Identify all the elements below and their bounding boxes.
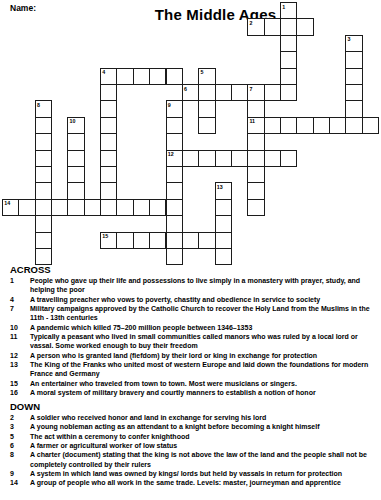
- grid-cell-r11c2[interactable]: [35, 182, 52, 199]
- grid-cell-r14c12[interactable]: [198, 232, 215, 249]
- grid-cell-r12c4[interactable]: [67, 199, 84, 216]
- clue-label: 7: [10, 304, 30, 323]
- clue-text: A soldier who received honor and land in…: [30, 413, 377, 422]
- grid-cell-r5c13[interactable]: [215, 84, 232, 101]
- clue-label: 16: [10, 388, 30, 397]
- grid-cell-r12c13[interactable]: [215, 199, 232, 216]
- clue-text: The act within a ceremony to confer knig…: [30, 432, 377, 441]
- grid-cell-r12c9[interactable]: [149, 199, 166, 216]
- grid-cell-r8c4[interactable]: [67, 133, 84, 150]
- grid-cell-r14c6[interactable]: 15: [100, 232, 117, 249]
- grid-cell-r4c21[interactable]: [345, 68, 362, 85]
- grid-cell-r7c16[interactable]: [264, 117, 281, 134]
- grid-cell-r8c2[interactable]: [35, 133, 52, 150]
- grid-cell-r12c5[interactable]: [84, 199, 101, 216]
- down-clue-6: 6A farmer or agricultural worker of low …: [10, 441, 377, 450]
- grid-cell-r6c6[interactable]: [100, 100, 117, 117]
- grid-cell-r9c10[interactable]: 12: [166, 150, 183, 167]
- clue-label: 8: [10, 450, 30, 469]
- clue-label: 12: [10, 351, 30, 360]
- grid-cell-r7c21[interactable]: [345, 117, 362, 134]
- across-clue-1: 1People who gave up their life and posse…: [10, 276, 377, 295]
- clue-number-10: 10: [70, 118, 76, 124]
- grid-cell-r12c8[interactable]: [133, 199, 150, 216]
- grid-cell-r14c10[interactable]: [166, 232, 183, 249]
- clue-text: A group of people who all work in the sa…: [30, 478, 377, 487]
- clue-number-7: 7: [249, 86, 252, 92]
- grid-cell-r7c17[interactable]: [280, 117, 297, 134]
- grid-cell-r5c12[interactable]: [198, 84, 215, 101]
- grid-cell-r4c12[interactable]: 5: [198, 68, 215, 85]
- grid-cell-r4c6[interactable]: 4: [100, 68, 117, 85]
- clue-text: Typically a peasant who lived in small c…: [30, 332, 377, 351]
- grid-cell-r12c10[interactable]: [166, 199, 183, 216]
- across-clue-10: 10A pandemic which killed 75–200 million…: [10, 323, 377, 332]
- down-header: DOWN: [10, 401, 377, 412]
- grid-cell-r12c1[interactable]: [18, 199, 35, 216]
- grid-cell-r1c16[interactable]: [264, 18, 281, 35]
- clue-label: 4: [10, 295, 30, 304]
- clue-text: A person who is granted land (fiefdom) b…: [30, 351, 377, 360]
- grid-cell-r9c16[interactable]: [264, 150, 281, 167]
- grid-cell-r14c7[interactable]: [116, 232, 133, 249]
- grid-cell-r10c2[interactable]: [35, 166, 52, 183]
- clue-label: 11: [10, 332, 30, 351]
- grid-cell-r9c17[interactable]: [280, 150, 297, 167]
- grid-cell-r3c21[interactable]: [345, 51, 362, 68]
- clue-text: The King of the Franks who united most o…: [30, 360, 377, 379]
- grid-cell-r14c8[interactable]: [133, 232, 150, 249]
- clue-label: 13: [10, 360, 30, 379]
- grid-cell-r13c13[interactable]: [215, 215, 232, 232]
- clue-label: 2: [10, 413, 30, 422]
- grid-cell-r9c13[interactable]: [215, 150, 232, 167]
- clue-number-11: 11: [249, 118, 255, 124]
- grid-cell-r6c15[interactable]: [247, 100, 264, 117]
- clue-text: An entertainer who traveled from town to…: [30, 379, 377, 388]
- grid-cell-r7c10[interactable]: [166, 117, 183, 134]
- grid-cell-r7c4[interactable]: 10: [67, 117, 84, 134]
- grid-cell-r11c6[interactable]: [100, 182, 117, 199]
- grid-cell-r8c15[interactable]: [247, 133, 264, 150]
- grid-cell-r9c12[interactable]: [198, 150, 215, 167]
- grid-cell-r9c2[interactable]: [35, 150, 52, 167]
- grid-cell-r9c15[interactable]: [247, 150, 264, 167]
- grid-cell-r4c7[interactable]: [116, 68, 133, 85]
- grid-cell-r8c6[interactable]: [100, 133, 117, 150]
- grid-cell-r7c12[interactable]: [198, 117, 215, 134]
- down-clue-9: 9A system in which land was owned by kin…: [10, 469, 377, 478]
- grid-cell-r14c2[interactable]: [35, 232, 52, 249]
- grid-cell-r9c14[interactable]: [231, 150, 248, 167]
- grid-cell-r4c17[interactable]: [280, 68, 297, 85]
- clue-text: A system in which land was owned by king…: [30, 469, 377, 478]
- grid-cell-r1c17[interactable]: [280, 18, 297, 35]
- grid-cell-r12c15[interactable]: [247, 199, 264, 216]
- down-clue-list: 2A soldier who received honor and land i…: [10, 413, 377, 488]
- grid-cell-r9c4[interactable]: [67, 150, 84, 167]
- clue-label: 15: [10, 379, 30, 388]
- grid-cell-r5c21[interactable]: [345, 84, 362, 101]
- grid-cell-r6c10[interactable]: 9: [166, 100, 183, 117]
- grid-cell-r13c10[interactable]: [166, 215, 183, 232]
- grid-cell-r11c4[interactable]: [67, 182, 84, 199]
- across-clue-4: 4A travelling preacher who vows to pover…: [10, 295, 377, 304]
- grid-cell-r9c11[interactable]: [182, 150, 199, 167]
- grid-cell-r1c15[interactable]: 2: [247, 18, 264, 35]
- grid-cell-r10c4[interactable]: [67, 166, 84, 183]
- clue-label: 14: [10, 478, 30, 487]
- grid-cell-r9c6[interactable]: [100, 150, 117, 167]
- down-clue-3: 3A young nobleman acting as an attendant…: [10, 422, 377, 431]
- clue-text: Military campaigns approved by the Catho…: [30, 304, 377, 323]
- clue-text: A charter (document) stating that the ki…: [30, 450, 377, 469]
- clue-number-15: 15: [102, 233, 108, 239]
- clue-text: A farmer or agricultural worker of low s…: [30, 441, 377, 450]
- grid-cell-r10c10[interactable]: [166, 166, 183, 183]
- grid-cell-r7c18[interactable]: [296, 117, 313, 134]
- grid-cell-r5c15[interactable]: 7: [247, 84, 264, 101]
- grid-cell-r14c13[interactable]: [215, 232, 232, 249]
- grid-cell-r15c2[interactable]: [35, 248, 52, 265]
- grid-cell-r12c2[interactable]: [35, 199, 52, 216]
- grid-cell-r13c2[interactable]: [35, 215, 52, 232]
- across-clue-16: 16A moral system of military bravery and…: [10, 388, 377, 397]
- grid-cell-r4c9[interactable]: [149, 68, 166, 85]
- grid-cell-r11c10[interactable]: [166, 182, 183, 199]
- clue-label: 9: [10, 469, 30, 478]
- clue-number-12: 12: [168, 151, 174, 157]
- grid-cell-r7c2[interactable]: [35, 117, 52, 134]
- clue-text: A moral system of military bravery and c…: [30, 388, 377, 397]
- clue-label: 3: [10, 422, 30, 431]
- grid-cell-r8c10[interactable]: [166, 133, 183, 150]
- clue-label: 6: [10, 441, 30, 450]
- grid-cell-r0c17[interactable]: 1: [280, 2, 297, 19]
- grid-cell-r4c10[interactable]: [166, 68, 183, 85]
- grid-cell-r6c21[interactable]: [345, 100, 362, 117]
- across-header: ACROSS: [10, 264, 377, 275]
- grid-cell-r7c20[interactable]: [329, 117, 346, 134]
- grid-cell-r11c13[interactable]: 13: [215, 182, 232, 199]
- clue-text: People who gave up their life and posses…: [30, 276, 377, 295]
- grid-cell-r7c15[interactable]: 11: [247, 117, 264, 134]
- grid-cell-r12c7[interactable]: [116, 199, 133, 216]
- grid-cell-r7c22[interactable]: [362, 117, 379, 134]
- clue-number-5: 5: [200, 69, 203, 75]
- clue-text: A travelling preacher who vows to povert…: [30, 295, 377, 304]
- clue-number-1: 1: [282, 4, 285, 10]
- grid-cell-r15c10[interactable]: [166, 248, 183, 265]
- clue-number-14: 14: [4, 200, 10, 206]
- across-clue-12: 12A person who is granted land (fiefdom)…: [10, 351, 377, 360]
- grid-cell-r2c17[interactable]: [280, 35, 297, 52]
- down-clue-8: 8A charter (document) stating that the k…: [10, 450, 377, 469]
- grid-cell-r7c6[interactable]: [100, 117, 117, 134]
- clue-label: 10: [10, 323, 30, 332]
- grid-cell-r6c2[interactable]: 8: [35, 100, 52, 117]
- across-clue-13: 13The King of the Franks who united most…: [10, 360, 377, 379]
- grid-cell-r10c6[interactable]: [100, 166, 117, 183]
- grid-cell-r4c8[interactable]: [133, 68, 150, 85]
- grid-cell-r12c3[interactable]: [51, 199, 68, 216]
- grid-cell-r12c0[interactable]: 14: [2, 199, 19, 216]
- across-clue-15: 15An entertainer who traveled from town …: [10, 379, 377, 388]
- clue-number-13: 13: [217, 184, 223, 190]
- grid-cell-r5c11[interactable]: 6: [182, 84, 199, 101]
- grid-cell-r3c17[interactable]: [280, 51, 297, 68]
- grid-cell-r14c11[interactable]: [182, 232, 199, 249]
- grid-cell-r12c6[interactable]: [100, 199, 117, 216]
- clue-text: A young nobleman acting as an attendant …: [30, 422, 377, 431]
- grid-cell-r10c15[interactable]: [247, 166, 264, 183]
- clue-number-2: 2: [249, 20, 252, 26]
- clue-section: ACROSS 1People who gave up their life an…: [10, 264, 377, 488]
- clue-label: 1: [10, 276, 30, 295]
- grid-cell-r1c18[interactable]: [296, 18, 313, 35]
- clue-number-8: 8: [37, 102, 40, 108]
- grid-cell-r7c19[interactable]: [313, 117, 330, 134]
- grid-cell-r15c13[interactable]: [215, 248, 232, 265]
- across-clue-7: 7Military campaigns approved by the Cath…: [10, 304, 377, 323]
- grid-cell-r5c17[interactable]: [280, 84, 297, 101]
- clue-label: 5: [10, 432, 30, 441]
- clue-number-9: 9: [168, 102, 171, 108]
- grid-cell-r6c12[interactable]: [198, 100, 215, 117]
- grid-cell-r14c9[interactable]: [149, 232, 166, 249]
- across-clue-list: 1People who gave up their life and posse…: [10, 276, 377, 397]
- grid-cell-r5c16[interactable]: [264, 84, 281, 101]
- clue-number-6: 6: [184, 86, 187, 92]
- clue-number-3: 3: [348, 36, 351, 42]
- across-clue-11: 11Typically a peasant who lived in small…: [10, 332, 377, 351]
- grid-cell-r2c21[interactable]: 3: [345, 35, 362, 52]
- down-clue-5: 5The act within a ceremony to confer kni…: [10, 432, 377, 441]
- clue-number-4: 4: [102, 69, 105, 75]
- down-clue-2: 2A soldier who received honor and land i…: [10, 413, 377, 422]
- crossword-grid: 123456789101112131415: [0, 0, 381, 268]
- down-clue-14: 14A group of people who all work in the …: [10, 478, 377, 487]
- grid-cell-r5c14[interactable]: [231, 84, 248, 101]
- grid-cell-r5c6[interactable]: [100, 84, 117, 101]
- grid-cell-r11c15[interactable]: [247, 182, 264, 199]
- clue-text: A pandemic which killed 75–200 million p…: [30, 323, 377, 332]
